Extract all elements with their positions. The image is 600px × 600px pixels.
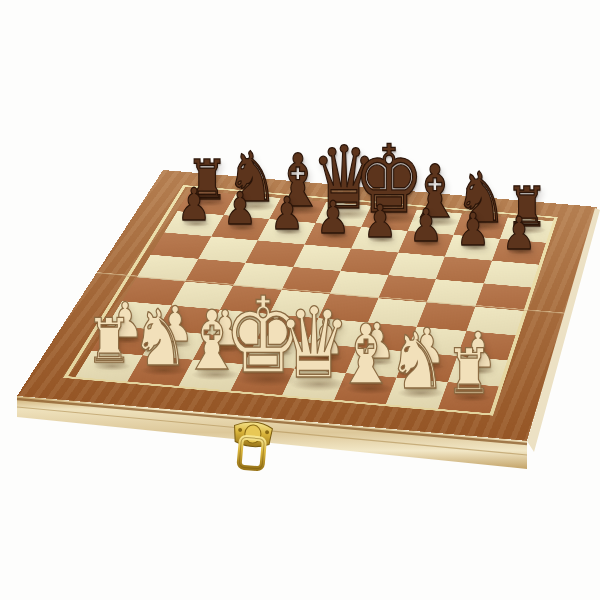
square-h1: [438, 382, 499, 413]
chess-board: [17, 170, 597, 441]
chess-set-photo: Wooden folding chess set, pieces in open…: [0, 0, 600, 600]
brass-latch-icon: [231, 420, 273, 469]
